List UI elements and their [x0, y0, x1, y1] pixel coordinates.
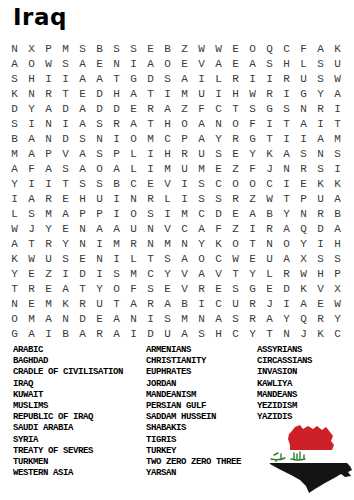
grid-cell[interactable]: T — [278, 117, 295, 132]
grid-cell[interactable]: R — [312, 207, 329, 222]
grid-cell[interactable]: F — [210, 222, 227, 237]
grid-cell[interactable]: X — [23, 42, 40, 57]
grid-cell[interactable]: Y — [278, 312, 295, 327]
grid-cell[interactable]: N — [176, 237, 193, 252]
grid-cell[interactable]: I — [108, 132, 125, 147]
grid-cell[interactable]: R — [91, 327, 108, 342]
grid-cell[interactable]: S — [74, 132, 91, 147]
grid-cell[interactable]: J — [261, 162, 278, 177]
grid-cell[interactable]: O — [125, 132, 142, 147]
grid-cell[interactable]: R — [74, 297, 91, 312]
grid-cell[interactable]: T — [244, 237, 261, 252]
grid-cell[interactable]: O — [244, 177, 261, 192]
grid-cell[interactable]: L — [125, 147, 142, 162]
grid-cell[interactable]: S — [125, 42, 142, 57]
grid-cell[interactable]: T — [329, 117, 346, 132]
grid-cell[interactable]: I — [244, 72, 261, 87]
grid-cell[interactable]: S — [312, 57, 329, 72]
grid-cell[interactable]: S — [74, 177, 91, 192]
grid-cell[interactable]: E — [159, 282, 176, 297]
grid-cell[interactable]: E — [210, 282, 227, 297]
grid-cell[interactable]: A — [6, 162, 23, 177]
grid-cell[interactable]: R — [227, 72, 244, 87]
grid-cell[interactable]: A — [23, 192, 40, 207]
grid-cell[interactable]: N — [74, 222, 91, 237]
grid-cell[interactable]: E — [23, 297, 40, 312]
grid-cell[interactable]: B — [6, 132, 23, 147]
grid-cell[interactable]: B — [108, 177, 125, 192]
grid-cell[interactable]: E — [23, 267, 40, 282]
grid-cell[interactable]: F — [193, 102, 210, 117]
grid-cell[interactable]: S — [210, 192, 227, 207]
grid-cell[interactable]: I — [193, 297, 210, 312]
grid-cell[interactable]: S — [6, 117, 23, 132]
grid-cell[interactable]: A — [176, 252, 193, 267]
grid-cell[interactable]: K — [210, 237, 227, 252]
grid-cell[interactable]: A — [176, 72, 193, 87]
grid-cell[interactable]: W — [23, 252, 40, 267]
grid-cell[interactable]: F — [125, 282, 142, 297]
grid-cell[interactable]: A — [6, 237, 23, 252]
grid-cell[interactable]: V — [159, 222, 176, 237]
grid-cell[interactable]: M — [108, 237, 125, 252]
grid-cell[interactable]: R — [142, 102, 159, 117]
grid-cell[interactable]: H — [159, 117, 176, 132]
grid-cell[interactable]: A — [159, 102, 176, 117]
grid-cell[interactable]: I — [40, 327, 57, 342]
grid-cell[interactable]: M — [159, 162, 176, 177]
grid-cell[interactable]: S — [108, 42, 125, 57]
grid-cell[interactable]: Y — [210, 132, 227, 147]
grid-cell[interactable]: I — [193, 72, 210, 87]
grid-cell[interactable]: A — [74, 327, 91, 342]
grid-cell[interactable]: R — [261, 222, 278, 237]
grid-cell[interactable]: C — [125, 177, 142, 192]
grid-cell[interactable]: S — [108, 267, 125, 282]
grid-cell[interactable]: V — [176, 282, 193, 297]
grid-cell[interactable]: K — [329, 177, 346, 192]
grid-cell[interactable]: I — [261, 117, 278, 132]
grid-cell[interactable]: E — [142, 177, 159, 192]
grid-cell[interactable]: D — [278, 282, 295, 297]
grid-cell[interactable]: A — [108, 222, 125, 237]
grid-cell[interactable]: H — [278, 57, 295, 72]
grid-cell[interactable]: N — [108, 57, 125, 72]
grid-cell[interactable]: R — [227, 132, 244, 147]
grid-cell[interactable]: N — [91, 252, 108, 267]
grid-cell[interactable]: A — [176, 327, 193, 342]
grid-cell[interactable]: A — [74, 147, 91, 162]
grid-cell[interactable]: A — [125, 87, 142, 102]
grid-cell[interactable]: O — [108, 282, 125, 297]
grid-cell[interactable]: S — [312, 252, 329, 267]
grid-cell[interactable]: P — [176, 132, 193, 147]
grid-cell[interactable]: W — [329, 72, 346, 87]
grid-cell[interactable]: I — [142, 147, 159, 162]
grid-cell[interactable]: Y — [329, 312, 346, 327]
grid-cell[interactable]: N — [40, 132, 57, 147]
grid-cell[interactable]: H — [159, 147, 176, 162]
grid-cell[interactable]: I — [329, 162, 346, 177]
grid-cell[interactable]: P — [295, 192, 312, 207]
grid-cell[interactable]: Y — [57, 237, 74, 252]
grid-cell[interactable]: I — [57, 267, 74, 282]
grid-cell[interactable]: O — [278, 237, 295, 252]
grid-cell[interactable]: K — [295, 282, 312, 297]
grid-cell[interactable]: R — [244, 312, 261, 327]
grid-cell[interactable]: S — [91, 177, 108, 192]
grid-cell[interactable]: C — [210, 297, 227, 312]
grid-cell[interactable]: I — [23, 117, 40, 132]
grid-cell[interactable]: I — [125, 327, 142, 342]
grid-cell[interactable]: W — [193, 42, 210, 57]
grid-cell[interactable]: S — [193, 192, 210, 207]
grid-cell[interactable]: H — [23, 72, 40, 87]
grid-cell[interactable]: O — [227, 117, 244, 132]
grid-cell[interactable]: U — [40, 252, 57, 267]
grid-cell[interactable]: T — [74, 282, 91, 297]
grid-cell[interactable]: N — [278, 162, 295, 177]
grid-cell[interactable]: O — [227, 237, 244, 252]
grid-cell[interactable]: E — [125, 102, 142, 117]
grid-cell[interactable]: B — [176, 297, 193, 312]
grid-cell[interactable]: G — [261, 102, 278, 117]
grid-cell[interactable]: O — [244, 42, 261, 57]
grid-cell[interactable]: H — [329, 237, 346, 252]
grid-cell[interactable]: S — [278, 102, 295, 117]
grid-cell[interactable]: H — [108, 87, 125, 102]
grid-cell[interactable]: R — [125, 237, 142, 252]
grid-cell[interactable]: P — [329, 267, 346, 282]
grid-cell[interactable]: N — [261, 237, 278, 252]
grid-cell[interactable]: F — [244, 117, 261, 132]
grid-cell[interactable]: O — [176, 117, 193, 132]
grid-cell[interactable]: I — [108, 207, 125, 222]
grid-cell[interactable]: N — [193, 312, 210, 327]
grid-cell[interactable]: H — [74, 192, 91, 207]
grid-cell[interactable]: A — [6, 57, 23, 72]
grid-cell[interactable]: I — [278, 87, 295, 102]
grid-cell[interactable]: R — [193, 282, 210, 297]
grid-cell[interactable]: T — [57, 87, 74, 102]
grid-cell[interactable]: I — [125, 57, 142, 72]
grid-cell[interactable]: E — [74, 87, 91, 102]
grid-cell[interactable]: D — [74, 267, 91, 282]
grid-cell[interactable]: N — [210, 117, 227, 132]
grid-cell[interactable]: I — [57, 117, 74, 132]
grid-cell[interactable]: R — [23, 282, 40, 297]
grid-cell[interactable]: E — [91, 312, 108, 327]
grid-cell[interactable]: E — [227, 57, 244, 72]
grid-cell[interactable]: Z — [227, 162, 244, 177]
grid-cell[interactable]: K — [312, 327, 329, 342]
grid-cell[interactable]: V — [210, 267, 227, 282]
grid-cell[interactable]: X — [295, 252, 312, 267]
grid-cell[interactable]: J — [23, 222, 40, 237]
grid-cell[interactable]: A — [159, 297, 176, 312]
grid-cell[interactable]: V — [193, 57, 210, 72]
grid-cell[interactable]: A — [312, 132, 329, 147]
grid-cell[interactable]: U — [261, 252, 278, 267]
grid-cell[interactable]: E — [244, 252, 261, 267]
grid-cell[interactable]: O — [23, 57, 40, 72]
grid-cell[interactable]: L — [159, 192, 176, 207]
grid-cell[interactable]: D — [74, 312, 91, 327]
grid-cell[interactable]: S — [159, 72, 176, 87]
grid-cell[interactable]: R — [40, 192, 57, 207]
grid-cell[interactable]: A — [295, 297, 312, 312]
grid-cell[interactable]: T — [142, 87, 159, 102]
grid-cell[interactable]: I — [312, 237, 329, 252]
grid-cell[interactable]: S — [57, 57, 74, 72]
grid-cell[interactable]: D — [142, 327, 159, 342]
grid-cell[interactable]: Y — [244, 267, 261, 282]
grid-cell[interactable]: M — [6, 147, 23, 162]
grid-cell[interactable]: T — [23, 237, 40, 252]
grid-cell[interactable]: I — [312, 117, 329, 132]
grid-cell[interactable]: Y — [278, 207, 295, 222]
grid-cell[interactable]: C — [176, 222, 193, 237]
grid-cell[interactable]: T — [108, 297, 125, 312]
grid-cell[interactable]: I — [57, 72, 74, 87]
grid-cell[interactable]: A — [91, 72, 108, 87]
grid-cell[interactable]: P — [40, 42, 57, 57]
grid-cell[interactable]: S — [23, 207, 40, 222]
grid-cell[interactable]: E — [312, 297, 329, 312]
grid-cell[interactable]: P — [108, 147, 125, 162]
grid-cell[interactable]: U — [176, 162, 193, 177]
grid-cell[interactable]: S — [142, 207, 159, 222]
grid-cell[interactable]: K — [312, 177, 329, 192]
grid-cell[interactable]: S — [244, 102, 261, 117]
grid-cell[interactable]: Y — [6, 267, 23, 282]
grid-cell[interactable]: A — [23, 147, 40, 162]
grid-cell[interactable]: T — [57, 177, 74, 192]
grid-cell[interactable]: G — [295, 87, 312, 102]
grid-cell[interactable]: Y — [23, 102, 40, 117]
grid-cell[interactable]: R — [108, 117, 125, 132]
grid-cell[interactable]: S — [91, 147, 108, 162]
grid-cell[interactable]: A — [142, 57, 159, 72]
grid-cell[interactable]: N — [312, 147, 329, 162]
grid-cell[interactable]: Z — [40, 267, 57, 282]
grid-cell[interactable]: Q — [261, 42, 278, 57]
grid-cell[interactable]: D — [108, 102, 125, 117]
grid-cell[interactable]: Y — [244, 147, 261, 162]
grid-cell[interactable]: O — [193, 252, 210, 267]
grid-cell[interactable]: M — [329, 132, 346, 147]
grid-cell[interactable]: I — [176, 177, 193, 192]
grid-cell[interactable]: M — [159, 237, 176, 252]
grid-cell[interactable]: H — [227, 87, 244, 102]
grid-cell[interactable]: W — [227, 252, 244, 267]
grid-cell[interactable]: N — [57, 312, 74, 327]
grid-cell[interactable]: A — [108, 162, 125, 177]
grid-cell[interactable]: C — [261, 177, 278, 192]
grid-cell[interactable]: Z — [244, 192, 261, 207]
grid-cell[interactable]: H — [210, 327, 227, 342]
grid-cell[interactable]: W — [329, 297, 346, 312]
grid-cell[interactable]: D — [91, 102, 108, 117]
grid-cell[interactable]: N — [142, 237, 159, 252]
grid-cell[interactable]: C — [278, 42, 295, 57]
grid-cell[interactable]: C — [210, 102, 227, 117]
grid-cell[interactable]: S — [6, 72, 23, 87]
grid-cell[interactable]: P — [91, 207, 108, 222]
grid-cell[interactable]: R — [261, 87, 278, 102]
grid-cell[interactable]: E — [210, 162, 227, 177]
grid-cell[interactable]: T — [227, 267, 244, 282]
grid-cell[interactable]: A — [57, 207, 74, 222]
grid-cell[interactable]: E — [176, 57, 193, 72]
grid-cell[interactable]: A — [193, 222, 210, 237]
grid-cell[interactable]: G — [244, 282, 261, 297]
grid-cell[interactable]: D — [91, 87, 108, 102]
grid-cell[interactable]: U — [227, 297, 244, 312]
word-search-grid[interactable]: NXPMSBSSEBZWWEOQCFAKAOWSAENIAOEVAEASHLSU… — [6, 42, 346, 342]
grid-cell[interactable]: Z — [176, 42, 193, 57]
grid-cell[interactable]: T — [142, 252, 159, 267]
grid-cell[interactable]: I — [159, 87, 176, 102]
grid-cell[interactable]: N — [23, 87, 40, 102]
grid-cell[interactable]: C — [159, 132, 176, 147]
grid-cell[interactable]: R — [142, 192, 159, 207]
grid-cell[interactable]: I — [91, 237, 108, 252]
grid-cell[interactable]: P — [40, 147, 57, 162]
grid-cell[interactable]: Q — [295, 222, 312, 237]
grid-cell[interactable]: A — [244, 57, 261, 72]
grid-cell[interactable]: N — [295, 207, 312, 222]
grid-cell[interactable]: B — [261, 207, 278, 222]
grid-cell[interactable]: A — [74, 102, 91, 117]
grid-cell[interactable]: S — [295, 147, 312, 162]
grid-cell[interactable]: O — [6, 312, 23, 327]
grid-cell[interactable]: I — [91, 267, 108, 282]
grid-cell[interactable]: I — [176, 192, 193, 207]
grid-cell[interactable]: V — [57, 147, 74, 162]
grid-cell[interactable]: D — [142, 72, 159, 87]
grid-cell[interactable]: E — [142, 42, 159, 57]
grid-cell[interactable]: E — [40, 282, 57, 297]
grid-cell[interactable]: E — [295, 177, 312, 192]
grid-cell[interactable]: A — [329, 87, 346, 102]
grid-cell[interactable]: R — [295, 162, 312, 177]
grid-cell[interactable]: A — [40, 102, 57, 117]
grid-cell[interactable]: R — [312, 312, 329, 327]
grid-cell[interactable]: D — [6, 102, 23, 117]
grid-cell[interactable]: A — [74, 57, 91, 72]
grid-cell[interactable]: N — [6, 42, 23, 57]
grid-cell[interactable]: E — [91, 57, 108, 72]
grid-cell[interactable]: A — [278, 147, 295, 162]
grid-cell[interactable]: I — [278, 297, 295, 312]
grid-cell[interactable]: R — [40, 237, 57, 252]
grid-cell[interactable]: N — [125, 192, 142, 207]
grid-cell[interactable]: A — [210, 312, 227, 327]
grid-cell[interactable]: M — [176, 207, 193, 222]
grid-cell[interactable]: X — [329, 282, 346, 297]
grid-cell[interactable]: B — [91, 42, 108, 57]
grid-cell[interactable]: S — [57, 252, 74, 267]
grid-cell[interactable]: R — [312, 102, 329, 117]
grid-cell[interactable]: Y — [91, 282, 108, 297]
grid-cell[interactable]: C — [210, 252, 227, 267]
grid-cell[interactable]: C — [210, 177, 227, 192]
grid-cell[interactable]: N — [74, 237, 91, 252]
grid-cell[interactable]: K — [6, 252, 23, 267]
grid-cell[interactable]: D — [210, 207, 227, 222]
grid-cell[interactable]: I — [6, 192, 23, 207]
grid-cell[interactable]: T — [142, 117, 159, 132]
grid-cell[interactable]: M — [23, 312, 40, 327]
grid-cell[interactable]: I — [261, 72, 278, 87]
grid-cell[interactable]: N — [125, 312, 142, 327]
grid-cell[interactable]: S — [159, 312, 176, 327]
grid-cell[interactable]: B — [57, 327, 74, 342]
grid-cell[interactable]: N — [91, 132, 108, 147]
grid-cell[interactable]: I — [329, 102, 346, 117]
grid-cell[interactable]: L — [125, 162, 142, 177]
grid-cell[interactable]: V — [159, 177, 176, 192]
grid-cell[interactable]: A — [295, 117, 312, 132]
grid-cell[interactable]: M — [193, 162, 210, 177]
grid-cell[interactable]: T — [261, 132, 278, 147]
grid-cell[interactable]: E — [227, 207, 244, 222]
grid-cell[interactable]: L — [210, 72, 227, 87]
grid-cell[interactable]: A — [329, 192, 346, 207]
grid-cell[interactable]: Y — [159, 267, 176, 282]
grid-cell[interactable]: L — [295, 57, 312, 72]
grid-cell[interactable]: A — [23, 132, 40, 147]
grid-cell[interactable]: F — [244, 162, 261, 177]
grid-cell[interactable]: L — [125, 252, 142, 267]
grid-cell[interactable]: T — [6, 282, 23, 297]
grid-cell[interactable]: A — [23, 327, 40, 342]
grid-cell[interactable]: A — [244, 207, 261, 222]
grid-cell[interactable]: C — [193, 207, 210, 222]
grid-cell[interactable]: A — [261, 312, 278, 327]
grid-cell[interactable]: I — [159, 207, 176, 222]
grid-cell[interactable]: A — [108, 312, 125, 327]
grid-cell[interactable]: N — [278, 327, 295, 342]
grid-cell[interactable]: Z — [227, 222, 244, 237]
grid-cell[interactable]: I — [295, 132, 312, 147]
grid-cell[interactable]: I — [23, 177, 40, 192]
grid-cell[interactable]: E — [74, 252, 91, 267]
grid-cell[interactable]: U — [312, 192, 329, 207]
grid-cell[interactable]: S — [227, 312, 244, 327]
grid-cell[interactable]: S — [57, 162, 74, 177]
grid-cell[interactable]: A — [91, 222, 108, 237]
grid-cell[interactable]: Y — [193, 237, 210, 252]
grid-cell[interactable]: F — [23, 162, 40, 177]
grid-cell[interactable]: B — [329, 207, 346, 222]
grid-cell[interactable]: E — [261, 282, 278, 297]
grid-cell[interactable]: M — [125, 267, 142, 282]
grid-cell[interactable]: W — [6, 222, 23, 237]
grid-cell[interactable]: Z — [176, 102, 193, 117]
grid-cell[interactable]: H — [312, 267, 329, 282]
grid-cell[interactable]: I — [40, 72, 57, 87]
grid-cell[interactable]: W — [295, 267, 312, 282]
grid-cell[interactable]: O — [159, 57, 176, 72]
grid-cell[interactable]: T — [261, 327, 278, 342]
grid-cell[interactable]: I — [244, 222, 261, 237]
grid-cell[interactable]: I — [210, 87, 227, 102]
grid-cell[interactable]: C — [142, 267, 159, 282]
grid-cell[interactable]: C — [329, 327, 346, 342]
grid-cell[interactable]: T — [278, 192, 295, 207]
